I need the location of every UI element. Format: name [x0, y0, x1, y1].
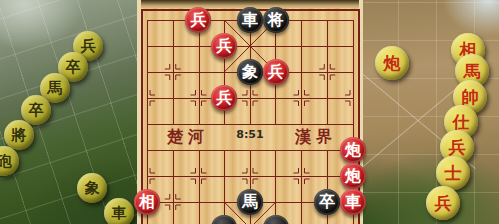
background-photo-right: 炮相馬帥仕兵士兵: [363, 0, 499, 224]
piece-black-elephant[interactable]: 象: [237, 59, 263, 85]
piece-red-cannon[interactable]: 炮: [340, 163, 366, 189]
piece-red-cannon[interactable]: 炮: [340, 137, 366, 163]
piece-red-soldier[interactable]: 兵: [185, 7, 211, 33]
decor-piece: 炮: [375, 46, 409, 80]
piece-black-soldier[interactable]: 卒: [314, 189, 340, 215]
piece-black-piece-cutoff[interactable]: [263, 215, 289, 224]
decor-piece: 士: [436, 156, 470, 190]
piece-black-piece-cutoff[interactable]: [211, 215, 237, 224]
decor-piece: 兵: [426, 186, 460, 220]
pieces-layer: 兵車将兵象兵兵炮炮相馬卒車: [134, 7, 366, 224]
piece-black-general[interactable]: 将: [263, 7, 289, 33]
piece-black-chariot[interactable]: 車: [237, 7, 263, 33]
decor-piece: 象: [77, 173, 107, 203]
piece-red-soldier[interactable]: 兵: [263, 59, 289, 85]
xiangqi-board: 楚河 8:51 漢界 兵車将兵象兵兵炮炮相馬卒車: [137, 0, 363, 224]
piece-red-soldier[interactable]: 兵: [211, 33, 237, 59]
piece-red-soldier[interactable]: 兵: [211, 85, 237, 111]
piece-black-horse[interactable]: 馬: [237, 189, 263, 215]
decor-piece: 將: [4, 120, 34, 150]
piece-red-elephant[interactable]: 相: [134, 189, 160, 215]
decor-piece: 車: [104, 198, 134, 224]
background-photo-left: 兵卒馬卒將砲象車: [0, 0, 137, 224]
xiangqi-game-screenshot: 兵卒馬卒將砲象車 炮相馬帥仕兵士兵 楚河: [0, 0, 499, 224]
piece-red-chariot[interactable]: 車: [340, 189, 366, 215]
